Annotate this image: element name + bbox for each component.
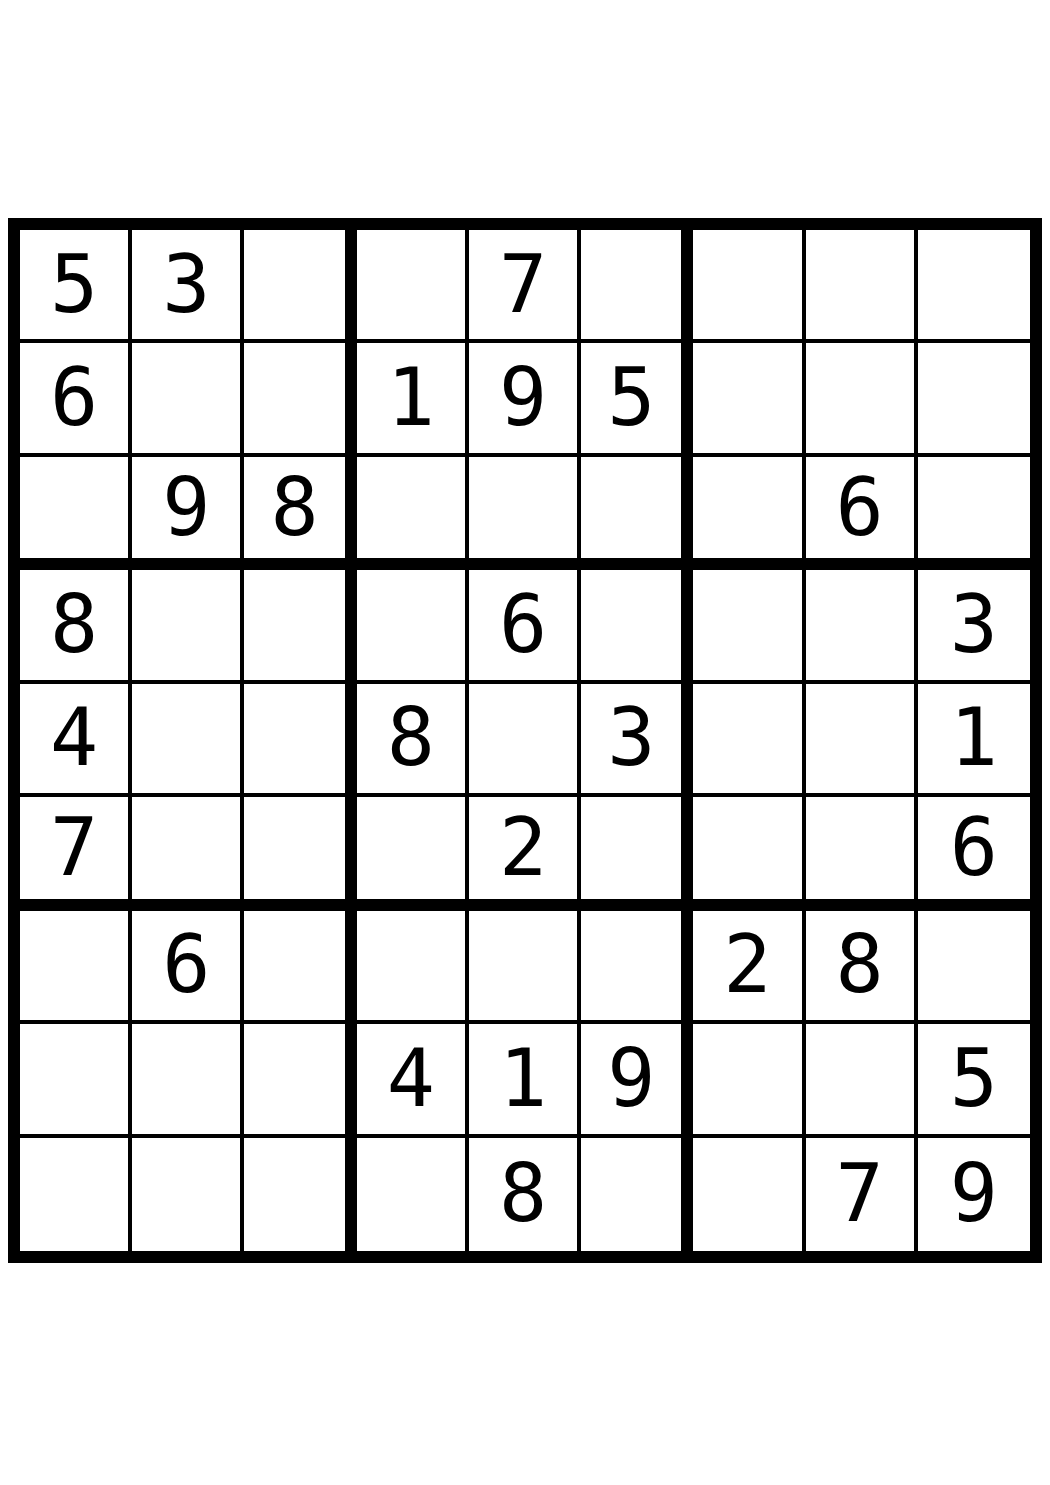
cell-r4c5: 6 [469, 570, 581, 683]
cell-r2c4: 1 [357, 343, 469, 456]
cell-r9c9: 9 [918, 1138, 1030, 1251]
cell-r4c6[interactable] [581, 570, 693, 683]
cell-r5c4: 8 [357, 684, 469, 797]
cell-r6c4[interactable] [357, 797, 469, 910]
cell-r7c1[interactable] [20, 911, 132, 1024]
cell-r3c9[interactable] [918, 457, 1030, 570]
cell-r6c7[interactable] [693, 797, 805, 910]
cell-r5c8[interactable] [806, 684, 918, 797]
cell-r4c3[interactable] [244, 570, 356, 683]
cell-r4c4[interactable] [357, 570, 469, 683]
cell-r5c1: 4 [20, 684, 132, 797]
cell-r3c1[interactable] [20, 457, 132, 570]
cell-r8c3[interactable] [244, 1024, 356, 1137]
cell-r7c4[interactable] [357, 911, 469, 1024]
cell-r4c1: 8 [20, 570, 132, 683]
cell-r5c3[interactable] [244, 684, 356, 797]
cell-r9c5: 8 [469, 1138, 581, 1251]
cell-r5c7[interactable] [693, 684, 805, 797]
cell-r6c1: 7 [20, 797, 132, 910]
cell-r9c2[interactable] [132, 1138, 244, 1251]
cell-r5c9: 1 [918, 684, 1030, 797]
cell-r3c4[interactable] [357, 457, 469, 570]
cell-r9c6[interactable] [581, 1138, 693, 1251]
cell-r3c6[interactable] [581, 457, 693, 570]
cell-r8c9: 5 [918, 1024, 1030, 1137]
cell-r9c4[interactable] [357, 1138, 469, 1251]
cell-r2c8[interactable] [806, 343, 918, 456]
cell-r9c1[interactable] [20, 1138, 132, 1251]
cell-r7c3[interactable] [244, 911, 356, 1024]
cell-r2c2[interactable] [132, 343, 244, 456]
cell-r2c6: 5 [581, 343, 693, 456]
cell-r9c3[interactable] [244, 1138, 356, 1251]
cell-r1c9[interactable] [918, 230, 1030, 343]
cell-r1c3[interactable] [244, 230, 356, 343]
cell-r2c5: 9 [469, 343, 581, 456]
sudoku-board: 537619598686348317266284195879 [8, 218, 1042, 1263]
cell-r6c5: 2 [469, 797, 581, 910]
cell-r7c6[interactable] [581, 911, 693, 1024]
cell-r1c5: 7 [469, 230, 581, 343]
cell-r1c7[interactable] [693, 230, 805, 343]
cell-r3c7[interactable] [693, 457, 805, 570]
cell-r7c9[interactable] [918, 911, 1030, 1024]
cell-r9c7[interactable] [693, 1138, 805, 1251]
cell-r8c5: 1 [469, 1024, 581, 1137]
cell-r7c8: 8 [806, 911, 918, 1024]
cell-r8c1[interactable] [20, 1024, 132, 1137]
cell-r7c5[interactable] [469, 911, 581, 1024]
cell-r5c6: 3 [581, 684, 693, 797]
cell-r6c3[interactable] [244, 797, 356, 910]
cell-r3c2: 9 [132, 457, 244, 570]
cell-r2c1: 6 [20, 343, 132, 456]
cell-r2c9[interactable] [918, 343, 1030, 456]
cell-r3c8: 6 [806, 457, 918, 570]
cell-r7c7: 2 [693, 911, 805, 1024]
cell-r1c1: 5 [20, 230, 132, 343]
cell-r4c9: 3 [918, 570, 1030, 683]
cell-r1c2: 3 [132, 230, 244, 343]
cell-r6c9: 6 [918, 797, 1030, 910]
cell-r7c2: 6 [132, 911, 244, 1024]
cell-r9c8: 7 [806, 1138, 918, 1251]
cell-r5c5[interactable] [469, 684, 581, 797]
cell-r1c6[interactable] [581, 230, 693, 343]
cell-r8c7[interactable] [693, 1024, 805, 1137]
cell-r8c6: 9 [581, 1024, 693, 1137]
cell-r1c4[interactable] [357, 230, 469, 343]
cell-r5c2[interactable] [132, 684, 244, 797]
cell-r6c6[interactable] [581, 797, 693, 910]
cell-r8c4: 4 [357, 1024, 469, 1137]
cell-r8c2[interactable] [132, 1024, 244, 1137]
cell-r1c8[interactable] [806, 230, 918, 343]
cell-r6c8[interactable] [806, 797, 918, 910]
cell-r2c3[interactable] [244, 343, 356, 456]
cell-r6c2[interactable] [132, 797, 244, 910]
cell-r3c3: 8 [244, 457, 356, 570]
cell-r2c7[interactable] [693, 343, 805, 456]
cell-r8c8[interactable] [806, 1024, 918, 1137]
cell-r4c7[interactable] [693, 570, 805, 683]
cell-r3c5[interactable] [469, 457, 581, 570]
cell-r4c8[interactable] [806, 570, 918, 683]
cell-r4c2[interactable] [132, 570, 244, 683]
